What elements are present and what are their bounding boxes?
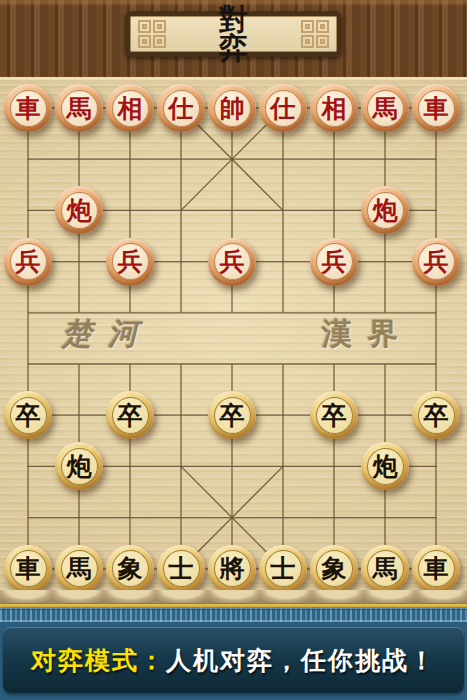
piece-face: 帥 xyxy=(214,90,251,127)
page-title: 對弈 xyxy=(166,5,301,63)
piece-character: 兵 xyxy=(16,249,41,274)
piece-black[interactable]: 將 xyxy=(208,545,256,593)
wave-border xyxy=(0,607,467,622)
piece-face: 卒 xyxy=(10,397,47,434)
piece-character: 炮 xyxy=(373,198,398,223)
piece-character: 兵 xyxy=(220,249,245,274)
piece-black[interactable]: 卒 xyxy=(4,391,52,439)
piece-character: 炮 xyxy=(373,454,398,479)
piece-black[interactable]: 馬 xyxy=(361,545,409,593)
piece-character: 炮 xyxy=(67,454,92,479)
piece-face: 卒 xyxy=(316,397,353,434)
mode-message: 人机对弈，任你挑战！ xyxy=(166,644,436,677)
piece-red[interactable]: 相 xyxy=(310,84,358,132)
piece-character: 車 xyxy=(16,96,41,121)
piece-character: 炮 xyxy=(67,198,92,223)
piece-character: 兵 xyxy=(118,249,143,274)
piece-face: 兵 xyxy=(214,243,251,280)
meander-icon xyxy=(301,20,329,48)
piece-red[interactable]: 兵 xyxy=(208,238,256,286)
piece-face: 士 xyxy=(265,550,302,587)
piece-face: 仕 xyxy=(265,90,302,127)
piece-red[interactable]: 車 xyxy=(412,84,460,132)
wood-background: 對弈 xyxy=(0,0,467,79)
piece-face: 相 xyxy=(112,90,149,127)
piece-black[interactable]: 象 xyxy=(310,545,358,593)
piece-red[interactable]: 兵 xyxy=(4,238,52,286)
piece-face: 兵 xyxy=(418,243,455,280)
piece-black[interactable]: 卒 xyxy=(208,391,256,439)
piece-red[interactable]: 帥 xyxy=(208,84,256,132)
piece-character: 馬 xyxy=(67,556,92,581)
piece-face: 兵 xyxy=(316,243,353,280)
river-label-right: 漢界 xyxy=(322,317,414,351)
piece-face: 仕 xyxy=(163,90,200,127)
piece-character: 象 xyxy=(118,556,143,581)
piece-face: 兵 xyxy=(112,243,149,280)
piece-black[interactable]: 馬 xyxy=(55,545,103,593)
river-label-left: 楚河 xyxy=(62,317,154,351)
mode-banner: 对弈模式： 人机对弈，任你挑战！ xyxy=(3,627,464,693)
piece-character: 卒 xyxy=(322,403,347,428)
piece-red[interactable]: 相 xyxy=(106,84,154,132)
piece-face: 將 xyxy=(214,550,251,587)
piece-face: 馬 xyxy=(61,550,98,587)
piece-character: 車 xyxy=(424,96,449,121)
piece-red[interactable]: 車 xyxy=(4,84,52,132)
piece-black[interactable]: 卒 xyxy=(412,391,460,439)
piece-character: 兵 xyxy=(424,249,449,274)
piece-face: 炮 xyxy=(367,448,404,485)
scallop-border xyxy=(0,590,467,603)
piece-character: 相 xyxy=(118,96,143,121)
piece-face: 卒 xyxy=(418,397,455,434)
piece-character: 兵 xyxy=(322,249,347,274)
piece-character: 車 xyxy=(16,556,41,581)
piece-black[interactable]: 車 xyxy=(4,545,52,593)
piece-character: 將 xyxy=(220,556,245,581)
piece-red[interactable]: 兵 xyxy=(412,238,460,286)
piece-character: 士 xyxy=(169,556,194,581)
piece-black[interactable]: 卒 xyxy=(310,391,358,439)
piece-character: 士 xyxy=(271,556,296,581)
piece-character: 卒 xyxy=(220,403,245,428)
piece-red[interactable]: 仕 xyxy=(157,84,205,132)
piece-character: 卒 xyxy=(118,403,143,428)
piece-face: 兵 xyxy=(10,243,47,280)
piece-face: 車 xyxy=(418,550,455,587)
piece-character: 卒 xyxy=(424,403,449,428)
piece-character: 馬 xyxy=(67,96,92,121)
piece-character: 象 xyxy=(322,556,347,581)
piece-black[interactable]: 卒 xyxy=(106,391,154,439)
piece-character: 仕 xyxy=(271,96,296,121)
piece-black[interactable]: 象 xyxy=(106,545,154,593)
piece-red[interactable]: 仕 xyxy=(259,84,307,132)
piece-character: 馬 xyxy=(373,556,398,581)
piece-face: 相 xyxy=(316,90,353,127)
piece-character: 相 xyxy=(322,96,347,121)
piece-face: 象 xyxy=(316,550,353,587)
piece-face: 卒 xyxy=(112,397,149,434)
piece-face: 象 xyxy=(112,550,149,587)
piece-red[interactable]: 兵 xyxy=(310,238,358,286)
piece-character: 仕 xyxy=(169,96,194,121)
piece-character: 車 xyxy=(424,556,449,581)
piece-face: 炮 xyxy=(367,192,404,229)
piece-face: 士 xyxy=(163,550,200,587)
xiangqi-board[interactable]: 楚河 漢界 車馬相仕帥仕相馬車炮炮兵兵兵兵兵卒卒卒卒卒炮炮車馬象士將士象馬車 xyxy=(0,77,467,590)
meander-icon xyxy=(138,20,166,48)
piece-face: 車 xyxy=(418,90,455,127)
piece-face: 卒 xyxy=(214,397,251,434)
piece-red[interactable]: 馬 xyxy=(55,84,103,132)
piece-face: 炮 xyxy=(61,192,98,229)
bottom-bar: 对弈模式： 人机对弈，任你挑战！ xyxy=(0,622,467,700)
mode-label: 对弈模式： xyxy=(31,644,166,677)
piece-black[interactable]: 車 xyxy=(412,545,460,593)
piece-face: 馬 xyxy=(367,550,404,587)
piece-red[interactable]: 馬 xyxy=(361,84,409,132)
piece-face: 馬 xyxy=(61,90,98,127)
piece-character: 馬 xyxy=(373,96,398,121)
piece-black[interactable]: 士 xyxy=(259,545,307,593)
piece-black[interactable]: 士 xyxy=(157,545,205,593)
piece-character: 卒 xyxy=(16,403,41,428)
piece-character: 帥 xyxy=(220,96,245,121)
piece-face: 車 xyxy=(10,550,47,587)
piece-face: 馬 xyxy=(367,90,404,127)
title-plaque: 對弈 xyxy=(125,11,342,57)
piece-red[interactable]: 兵 xyxy=(106,238,154,286)
piece-face: 炮 xyxy=(61,448,98,485)
piece-face: 車 xyxy=(10,90,47,127)
